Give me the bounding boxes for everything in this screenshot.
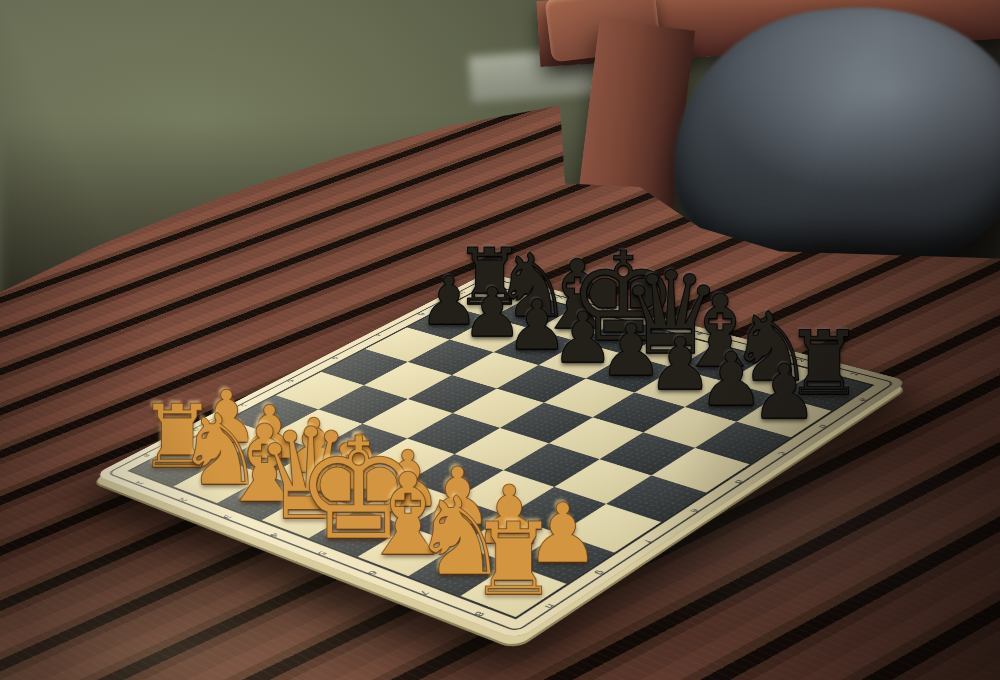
white-rook-h1[interactable]: ♜	[469, 510, 559, 610]
photo-stage: 87654321 12345678 hgfedcba abcdefgh ♜♞♝♚…	[0, 0, 1000, 680]
black-pawn-h7[interactable]: ♟	[750, 356, 818, 431]
